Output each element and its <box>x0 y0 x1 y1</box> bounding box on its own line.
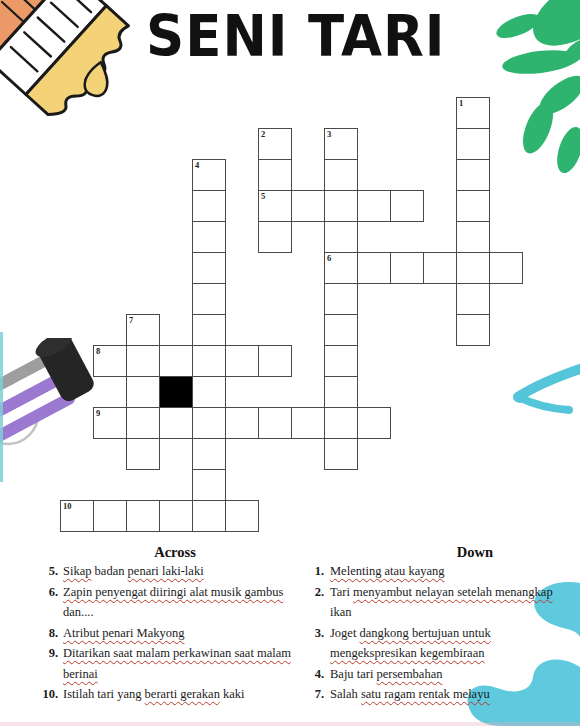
grid-cell[interactable] <box>456 159 490 191</box>
grid-cell[interactable]: 8 <box>93 345 127 377</box>
page-title: SENI TARI <box>146 4 506 69</box>
grid-cell[interactable]: 9 <box>93 407 127 439</box>
grid-cell[interactable] <box>324 314 358 346</box>
grid-cell[interactable] <box>192 314 226 346</box>
cell-number: 2 <box>261 130 265 139</box>
grid-cell[interactable] <box>357 407 391 439</box>
grid-cell[interactable] <box>192 345 226 377</box>
clue-text: Atribut penari Makyong <box>63 623 292 644</box>
clue-text: Salah satu ragam rentak melayu <box>330 684 558 705</box>
clue-text: Joget dangkong bertujuan untuk mengekspr… <box>330 623 558 664</box>
clue-number: 2. <box>306 582 324 623</box>
clue-across-5: 5.Sikap badan penari laki-laki <box>34 561 292 582</box>
grid-cell[interactable] <box>456 283 490 315</box>
down-clues-list: 1.Melenting atau kayang2.Tari menyambut … <box>306 561 558 705</box>
across-clues-list: 5.Sikap badan penari laki-laki6.Zapin pe… <box>34 561 292 705</box>
grid-cell[interactable] <box>225 500 259 532</box>
clue-number: 4. <box>306 664 324 685</box>
clue-text: Zapin penyengat diiringi alat musik gamb… <box>63 582 292 623</box>
grid-cell[interactable]: 1 <box>456 97 490 129</box>
clue-number: 5. <box>34 561 58 582</box>
grid-cell[interactable] <box>258 407 292 439</box>
grid-cell[interactable]: 5 <box>258 190 292 222</box>
clue-number: 7. <box>306 684 324 705</box>
cell-number: 8 <box>96 347 100 356</box>
grid-cell[interactable] <box>192 407 226 439</box>
grid-cell[interactable] <box>192 376 226 408</box>
grid-cell[interactable] <box>126 376 160 408</box>
cell-number: 5 <box>261 192 265 201</box>
grid-cell[interactable] <box>456 128 490 160</box>
grid-cell[interactable] <box>126 438 160 470</box>
clue-down-1: 1.Melenting atau kayang <box>306 561 558 582</box>
grid-cell[interactable] <box>192 283 226 315</box>
down-header: Down <box>360 544 580 561</box>
grid-cell[interactable] <box>390 252 424 284</box>
grid-cell[interactable] <box>225 345 259 377</box>
grid-cell[interactable] <box>192 221 226 253</box>
clue-number: 10. <box>34 684 58 705</box>
grid-cell[interactable] <box>489 252 523 284</box>
grid-cell[interactable] <box>456 190 490 222</box>
across-header: Across <box>60 544 290 561</box>
cell-number: 7 <box>129 316 133 325</box>
cell-number: 6 <box>327 254 331 263</box>
grid-cell[interactable]: 4 <box>192 159 226 191</box>
grid-cell[interactable] <box>192 190 226 222</box>
cell-number: 9 <box>96 409 100 418</box>
grid-cell[interactable] <box>126 407 160 439</box>
grid-cell[interactable] <box>423 252 457 284</box>
clue-text: Melenting atau kayang <box>330 561 558 582</box>
grid-cell[interactable] <box>357 252 391 284</box>
swoosh-icon <box>505 358 580 426</box>
cell-number: 10 <box>63 502 72 511</box>
clue-down-3: 3.Joget dangkong bertujuan untuk mengeks… <box>306 623 558 664</box>
grid-cell[interactable] <box>192 438 226 470</box>
cell-number: 3 <box>327 130 331 139</box>
clue-number: 8. <box>34 623 58 644</box>
grid-cell[interactable] <box>324 190 358 222</box>
grid-cell[interactable] <box>258 159 292 191</box>
grid-cell[interactable] <box>192 469 226 501</box>
grid-cell[interactable] <box>159 407 193 439</box>
grid-cell[interactable]: 10 <box>60 500 94 532</box>
clue-across-10: 10.Istilah tari yang berarti gerakan kak… <box>34 684 292 705</box>
clue-down-4: 4.Baju tari persembahan <box>306 664 558 685</box>
grid-cell[interactable] <box>291 190 325 222</box>
grid-cell[interactable] <box>159 500 193 532</box>
clue-text: Ditarikan saat malam perkawinan saat mal… <box>63 643 292 684</box>
clue-across-6: 6.Zapin penyengat diiringi alat musik ga… <box>34 582 292 623</box>
clue-down-2: 2.Tari menyambut nelayan setelah menangk… <box>306 582 558 623</box>
cell-number: 4 <box>195 161 199 170</box>
grid-cell[interactable]: 2 <box>258 128 292 160</box>
clue-text: Tari menyambut nelayan setelah menangkap… <box>330 582 558 623</box>
scan-edge-tint <box>0 722 580 726</box>
grid-cell[interactable] <box>456 314 490 346</box>
grid-cell[interactable] <box>456 252 490 284</box>
clue-number: 3. <box>306 623 324 664</box>
grid-cell[interactable] <box>456 221 490 253</box>
clue-number: 1. <box>306 561 324 582</box>
grid-cell[interactable] <box>192 252 226 284</box>
grid-cell[interactable] <box>324 438 358 470</box>
grid-cell[interactable] <box>324 283 358 315</box>
worksheet-page: SENI TARI 12345678910 Across Down 5.Sika… <box>0 0 580 726</box>
grid-cell[interactable] <box>324 345 358 377</box>
grid-cell[interactable]: 7 <box>126 314 160 346</box>
clue-number: 9. <box>34 643 58 684</box>
clue-number: 6. <box>34 582 58 623</box>
grid-cell[interactable] <box>126 345 160 377</box>
grid-cell[interactable] <box>324 376 358 408</box>
marker-icon <box>0 338 102 454</box>
grid-cell[interactable] <box>324 221 358 253</box>
grid-cell[interactable]: 6 <box>324 252 358 284</box>
grid-cell[interactable] <box>390 190 424 222</box>
clue-down-7: 7.Salah satu ragam rentak melayu <box>306 684 558 705</box>
grid-cell[interactable] <box>324 159 358 191</box>
grid-cell[interactable] <box>126 500 160 532</box>
grid-cell[interactable]: 3 <box>324 128 358 160</box>
grid-cell[interactable] <box>159 345 193 377</box>
grid-cell[interactable] <box>192 500 226 532</box>
edge-paint-strip <box>0 332 3 482</box>
clue-text: Sikap badan penari laki-laki <box>63 561 292 582</box>
grid-cell[interactable] <box>258 345 292 377</box>
clue-across-9: 9.Ditarikan saat malam perkawinan saat m… <box>34 643 292 684</box>
black-cell <box>159 376 193 408</box>
grid-cell[interactable] <box>258 221 292 253</box>
clue-text: Baju tari persembahan <box>330 664 558 685</box>
grid-cell[interactable] <box>357 190 391 222</box>
clue-across-8: 8.Atribut penari Makyong <box>34 623 292 644</box>
grid-cell[interactable] <box>291 407 325 439</box>
cell-number: 1 <box>459 99 463 108</box>
grid-cell[interactable] <box>93 500 127 532</box>
grid-cell[interactable] <box>324 407 358 439</box>
clue-text: Istilah tari yang berarti gerakan kaki <box>63 684 292 705</box>
grid-cell[interactable] <box>225 407 259 439</box>
